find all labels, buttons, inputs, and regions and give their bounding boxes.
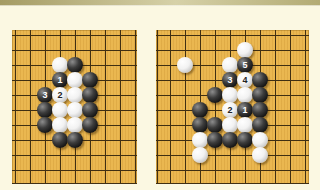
white-stone	[52, 57, 68, 73]
white-stone	[237, 87, 253, 103]
black-stone	[37, 117, 53, 133]
grid-line	[135, 30, 136, 184]
grid-line	[156, 170, 309, 171]
grid-line	[30, 30, 31, 184]
go-board-left-diagram[interactable]: 132	[12, 30, 137, 184]
move-number-label: 3	[227, 72, 232, 88]
black-stone	[207, 132, 223, 148]
black-stone-move-3: 3	[222, 72, 238, 88]
black-stone	[52, 132, 68, 148]
grid-line	[120, 30, 121, 184]
grid-line	[170, 30, 171, 184]
white-stone	[222, 57, 238, 73]
black-stone	[82, 102, 98, 118]
white-stone	[67, 87, 83, 103]
grid-line	[185, 30, 186, 184]
black-stone	[207, 117, 223, 133]
grid-line	[12, 183, 137, 184]
black-stone	[67, 57, 83, 73]
top-accent-bar	[0, 0, 320, 6]
move-number-label: 1	[57, 72, 62, 88]
grid-line	[12, 50, 137, 51]
grid-line	[290, 30, 291, 184]
grid-line	[156, 35, 309, 36]
black-stone	[252, 87, 268, 103]
white-stone-move-2: 2	[52, 87, 68, 103]
grid-line	[275, 30, 276, 184]
white-stone	[52, 102, 68, 118]
move-number-label: 3	[42, 87, 47, 103]
black-stone-move-3: 3	[37, 87, 53, 103]
grid-line	[157, 30, 158, 184]
grid-line	[305, 30, 306, 184]
move-number-label: 1	[242, 102, 247, 118]
move-number-label: 5	[242, 57, 247, 73]
white-stone	[192, 132, 208, 148]
black-stone	[82, 87, 98, 103]
move-number-label: 2	[57, 87, 62, 103]
white-stone	[252, 147, 268, 163]
black-stone-move-1: 1	[237, 102, 253, 118]
black-stone	[222, 132, 238, 148]
black-stone	[252, 117, 268, 133]
white-stone	[67, 102, 83, 118]
white-stone	[67, 117, 83, 133]
black-stone	[192, 117, 208, 133]
black-stone-move-5: 5	[237, 57, 253, 73]
white-stone	[52, 117, 68, 133]
black-stone	[207, 87, 223, 103]
white-stone	[222, 87, 238, 103]
white-stone	[67, 72, 83, 88]
grid-line	[12, 35, 137, 36]
black-stone	[252, 102, 268, 118]
black-stone	[67, 132, 83, 148]
black-stone	[82, 72, 98, 88]
black-stone	[82, 117, 98, 133]
move-number-label: 2	[227, 102, 232, 118]
black-stone-move-1: 1	[52, 72, 68, 88]
grid-line	[215, 30, 216, 184]
white-stone	[252, 132, 268, 148]
black-stone	[37, 102, 53, 118]
white-stone-move-2: 2	[222, 102, 238, 118]
black-stone	[192, 102, 208, 118]
go-board-right-diagram[interactable]: 53421	[156, 30, 309, 184]
black-stone	[237, 132, 253, 148]
grid-line	[12, 155, 137, 156]
grid-line	[12, 170, 137, 171]
black-stone	[252, 72, 268, 88]
grid-line	[15, 30, 16, 184]
move-number-label: 4	[242, 72, 247, 88]
grid-line	[156, 183, 309, 184]
grid-line	[156, 50, 309, 51]
grid-line	[156, 155, 309, 156]
white-stone	[192, 147, 208, 163]
white-stone-move-4: 4	[237, 72, 253, 88]
white-stone	[177, 57, 193, 73]
white-stone	[237, 117, 253, 133]
white-stone	[222, 117, 238, 133]
white-stone	[237, 42, 253, 58]
page: 132 53421	[0, 0, 320, 190]
grid-line	[105, 30, 106, 184]
